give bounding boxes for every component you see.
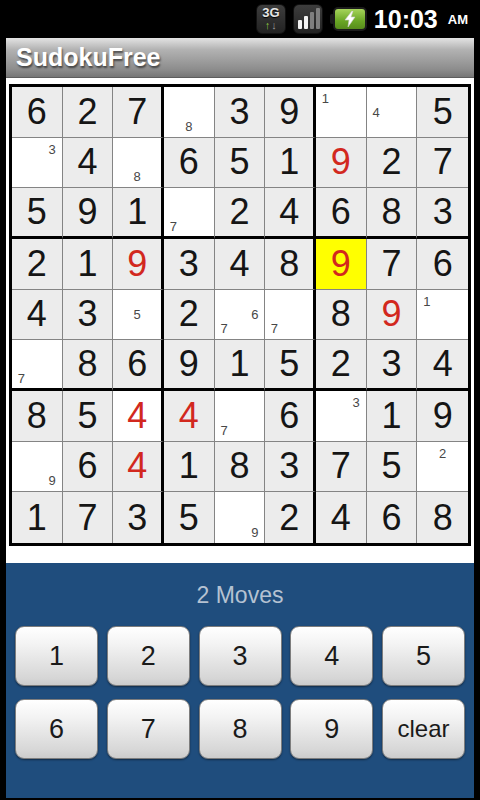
pencil-mark: 8 bbox=[134, 170, 141, 183]
cell-r9c4[interactable]: 5 bbox=[164, 492, 215, 543]
cell-r5c7[interactable]: 8 bbox=[316, 290, 367, 341]
given-digit: 6 bbox=[279, 398, 299, 434]
board-area: 6278391453486519275917246832193489764352… bbox=[6, 84, 474, 563]
cell-r1c3[interactable]: 7 bbox=[113, 87, 164, 138]
given-digit: 6 bbox=[127, 346, 147, 382]
given-digit: 3 bbox=[77, 296, 97, 332]
pencil-mark: 7 bbox=[170, 219, 177, 232]
cell-r2c9[interactable]: 7 bbox=[417, 138, 468, 189]
given-digit: 5 bbox=[77, 398, 97, 434]
given-digit: 1 bbox=[279, 144, 299, 180]
user-digit: 4 bbox=[127, 398, 147, 434]
cell-r6c1[interactable]: 7 bbox=[12, 340, 63, 391]
sudoku-board: 6278391453486519275917246832193489764352… bbox=[9, 84, 471, 546]
cell-r8c1[interactable]: 9 bbox=[12, 442, 63, 493]
given-digit: 1 bbox=[381, 398, 401, 434]
cell-r5c3[interactable]: 5 bbox=[113, 290, 164, 341]
cell-r9c1[interactable]: 1 bbox=[12, 492, 63, 543]
pencil-mark: 3 bbox=[49, 143, 56, 156]
cell-r8c8[interactable]: 5 bbox=[367, 442, 418, 493]
cell-r1c7[interactable]: 1 bbox=[316, 87, 367, 138]
cell-r8c7[interactable]: 7 bbox=[316, 442, 367, 493]
given-digit: 6 bbox=[27, 94, 47, 130]
given-digit: 4 bbox=[279, 194, 299, 230]
given-digit: 2 bbox=[229, 194, 249, 230]
battery-charging-icon bbox=[330, 7, 367, 31]
given-digit: 6 bbox=[433, 246, 453, 282]
clock-meridiem: AM bbox=[448, 12, 468, 27]
given-digit: 6 bbox=[331, 194, 351, 230]
given-digit: 9 bbox=[433, 398, 453, 434]
user-digit: 4 bbox=[127, 448, 147, 484]
given-digit: 4 bbox=[27, 296, 47, 332]
cell-r4c5[interactable]: 4 bbox=[215, 239, 266, 290]
user-digit: 9 bbox=[331, 144, 351, 180]
given-digit: 4 bbox=[77, 144, 97, 180]
given-digit: 4 bbox=[331, 500, 351, 536]
app-title: SudokuFree bbox=[6, 43, 160, 72]
cell-r2c8[interactable]: 2 bbox=[367, 138, 418, 189]
cell-r6c3[interactable]: 6 bbox=[113, 340, 164, 391]
cell-r7c6[interactable]: 6 bbox=[265, 391, 316, 442]
cell-r6c5[interactable]: 1 bbox=[215, 340, 266, 391]
digit-6-button[interactable]: 6 bbox=[15, 699, 98, 759]
given-digit: 5 bbox=[179, 500, 199, 536]
3g-data-icon: 3G ↑↓ bbox=[256, 4, 286, 34]
given-digit: 6 bbox=[77, 448, 97, 484]
pencil-mark: 9 bbox=[251, 525, 258, 538]
lightning-bolt-icon bbox=[343, 11, 357, 27]
cell-r3c8[interactable]: 8 bbox=[367, 188, 418, 239]
cell-r6c2[interactable]: 8 bbox=[63, 340, 114, 391]
pencil-mark: 7 bbox=[271, 322, 278, 335]
cell-r4c8[interactable]: 7 bbox=[367, 239, 418, 290]
title-bar: SudokuFree bbox=[6, 38, 474, 78]
given-digit: 5 bbox=[279, 346, 299, 382]
pencil-mark: 7 bbox=[220, 322, 227, 335]
pencil-mark: 1 bbox=[423, 295, 430, 308]
cell-r4c9[interactable]: 6 bbox=[417, 239, 468, 290]
given-digit: 2 bbox=[331, 346, 351, 382]
cell-r2c7[interactable]: 9 bbox=[316, 138, 367, 189]
cell-r1c8[interactable]: 4 bbox=[367, 87, 418, 138]
cell-r9c9[interactable]: 8 bbox=[417, 492, 468, 543]
cell-r8c6[interactable]: 3 bbox=[265, 442, 316, 493]
digit-1-button[interactable]: 1 bbox=[15, 626, 98, 686]
given-digit: 5 bbox=[433, 94, 453, 130]
cell-r1c1[interactable]: 6 bbox=[12, 87, 63, 138]
pencil-mark: 2 bbox=[439, 447, 446, 460]
cell-r3c4[interactable]: 7 bbox=[164, 188, 215, 239]
pencil-mark: 6 bbox=[251, 308, 258, 321]
cell-r8c2[interactable]: 6 bbox=[63, 442, 114, 493]
digit-7-button[interactable]: 7 bbox=[107, 699, 190, 759]
cell-r2c2[interactable]: 4 bbox=[63, 138, 114, 189]
cell-r4c1[interactable]: 2 bbox=[12, 239, 63, 290]
cell-r7c3[interactable]: 4 bbox=[113, 391, 164, 442]
cell-r4c3[interactable]: 9 bbox=[113, 239, 164, 290]
given-digit: 7 bbox=[331, 448, 351, 484]
given-digit: 2 bbox=[381, 144, 401, 180]
given-digit: 9 bbox=[77, 194, 97, 230]
cell-r6c6[interactable]: 5 bbox=[265, 340, 316, 391]
cell-r4c7[interactable]: 9 bbox=[316, 239, 367, 290]
given-digit: 4 bbox=[433, 346, 453, 382]
cell-r3c7[interactable]: 6 bbox=[316, 188, 367, 239]
given-digit: 8 bbox=[279, 246, 299, 282]
cell-r2c4[interactable]: 6 bbox=[164, 138, 215, 189]
given-digit: 3 bbox=[179, 246, 199, 282]
digit-9-button[interactable]: 9 bbox=[290, 699, 373, 759]
given-digit: 2 bbox=[279, 500, 299, 536]
control-panel: 2 Moves 12345 6789clear bbox=[6, 563, 474, 798]
given-digit: 8 bbox=[77, 346, 97, 382]
cell-r7c4[interactable]: 4 bbox=[164, 391, 215, 442]
cell-r7c7[interactable]: 3 bbox=[316, 391, 367, 442]
given-digit: 1 bbox=[127, 194, 147, 230]
numpad-row-2: 6789clear bbox=[6, 699, 474, 759]
cell-r4c4[interactable]: 3 bbox=[164, 239, 215, 290]
given-digit: 2 bbox=[27, 246, 47, 282]
cell-r6c8[interactable]: 3 bbox=[367, 340, 418, 391]
cell-r5c2[interactable]: 3 bbox=[63, 290, 114, 341]
cell-r5c1[interactable]: 4 bbox=[12, 290, 63, 341]
given-digit: 7 bbox=[127, 94, 147, 130]
user-digit: 4 bbox=[179, 398, 199, 434]
cell-r2c6[interactable]: 1 bbox=[265, 138, 316, 189]
cell-r7c5[interactable]: 7 bbox=[215, 391, 266, 442]
pencil-mark: 5 bbox=[134, 308, 141, 321]
given-digit: 5 bbox=[381, 448, 401, 484]
given-digit: 3 bbox=[229, 94, 249, 130]
given-digit: 7 bbox=[77, 500, 97, 536]
cell-r1c6[interactable]: 9 bbox=[265, 87, 316, 138]
pencil-mark: 1 bbox=[322, 92, 329, 105]
cell-r7c8[interactable]: 1 bbox=[367, 391, 418, 442]
digit-4-button[interactable]: 4 bbox=[290, 626, 373, 686]
cell-r2c3[interactable]: 8 bbox=[113, 138, 164, 189]
cell-r3c2[interactable]: 9 bbox=[63, 188, 114, 239]
given-digit: 1 bbox=[77, 246, 97, 282]
cell-r6c7[interactable]: 2 bbox=[316, 340, 367, 391]
given-digit: 8 bbox=[381, 194, 401, 230]
given-digit: 3 bbox=[381, 346, 401, 382]
cell-r3c9[interactable]: 3 bbox=[417, 188, 468, 239]
cell-r7c1[interactable]: 8 bbox=[12, 391, 63, 442]
given-digit: 8 bbox=[331, 296, 351, 332]
cell-r1c5[interactable]: 3 bbox=[215, 87, 266, 138]
cell-r9c7[interactable]: 4 bbox=[316, 492, 367, 543]
cell-r8c5[interactable]: 8 bbox=[215, 442, 266, 493]
pencil-mark: 4 bbox=[372, 105, 379, 118]
cell-r1c4[interactable]: 8 bbox=[164, 87, 215, 138]
cell-r7c9[interactable]: 9 bbox=[417, 391, 468, 442]
clock-time: 10:03 bbox=[374, 5, 438, 34]
phone-screen: 3G ↑↓ 10:03 AM SudokuFree 62783914534865… bbox=[6, 0, 474, 792]
numpad-row-1: 12345 bbox=[6, 626, 474, 686]
signal-strength-icon bbox=[293, 4, 323, 34]
cell-r9c3[interactable]: 3 bbox=[113, 492, 164, 543]
digit-3-button[interactable]: 3 bbox=[199, 626, 282, 686]
given-digit: 2 bbox=[77, 94, 97, 130]
given-digit: 1 bbox=[27, 500, 47, 536]
given-digit: 6 bbox=[381, 500, 401, 536]
pencil-mark: 9 bbox=[49, 474, 56, 487]
user-digit: 9 bbox=[381, 296, 401, 332]
given-digit: 3 bbox=[127, 500, 147, 536]
cell-r2c5[interactable]: 5 bbox=[215, 138, 266, 189]
given-digit: 8 bbox=[229, 448, 249, 484]
digit-8-button[interactable]: 8 bbox=[199, 699, 282, 759]
pencil-mark: 7 bbox=[220, 423, 227, 436]
pencil-mark: 8 bbox=[185, 119, 192, 132]
given-digit: 8 bbox=[433, 500, 453, 536]
cell-r4c6[interactable]: 8 bbox=[265, 239, 316, 290]
cell-r3c6[interactable]: 4 bbox=[265, 188, 316, 239]
cell-r9c5[interactable]: 9 bbox=[215, 492, 266, 543]
cell-r6c9[interactable]: 4 bbox=[417, 340, 468, 391]
given-digit: 2 bbox=[179, 296, 199, 332]
user-digit: 9 bbox=[331, 246, 351, 282]
given-digit: 7 bbox=[433, 144, 453, 180]
cell-r3c1[interactable]: 5 bbox=[12, 188, 63, 239]
cell-r9c8[interactable]: 6 bbox=[367, 492, 418, 543]
cell-r8c9[interactable]: 2 bbox=[417, 442, 468, 493]
given-digit: 3 bbox=[433, 194, 453, 230]
given-digit: 8 bbox=[27, 398, 47, 434]
cell-r6c4[interactable]: 9 bbox=[164, 340, 215, 391]
given-digit: 7 bbox=[381, 246, 401, 282]
given-digit: 4 bbox=[229, 246, 249, 282]
cell-r4c2[interactable]: 1 bbox=[63, 239, 114, 290]
cell-r3c5[interactable]: 2 bbox=[215, 188, 266, 239]
digit-2-button[interactable]: 2 bbox=[107, 626, 190, 686]
cell-r8c4[interactable]: 1 bbox=[164, 442, 215, 493]
cell-r1c2[interactable]: 2 bbox=[63, 87, 114, 138]
cell-r3c3[interactable]: 1 bbox=[113, 188, 164, 239]
given-digit: 6 bbox=[179, 144, 199, 180]
cell-r5c8[interactable]: 9 bbox=[367, 290, 418, 341]
pencil-mark: 7 bbox=[18, 371, 25, 384]
given-digit: 9 bbox=[279, 94, 299, 130]
cell-r9c6[interactable]: 2 bbox=[265, 492, 316, 543]
cell-r5c6[interactable]: 7 bbox=[265, 290, 316, 341]
given-digit: 1 bbox=[229, 346, 249, 382]
cell-r2c1[interactable]: 3 bbox=[12, 138, 63, 189]
cell-r7c2[interactable]: 5 bbox=[63, 391, 114, 442]
cell-r5c9[interactable]: 1 bbox=[417, 290, 468, 341]
user-digit: 9 bbox=[127, 246, 147, 282]
cell-r5c4[interactable]: 2 bbox=[164, 290, 215, 341]
cell-r1c9[interactable]: 5 bbox=[417, 87, 468, 138]
given-digit: 9 bbox=[179, 346, 199, 382]
status-bar: 3G ↑↓ 10:03 AM bbox=[6, 0, 474, 38]
given-digit: 5 bbox=[229, 144, 249, 180]
given-digit: 3 bbox=[279, 448, 299, 484]
digit-5-button[interactable]: 5 bbox=[382, 626, 465, 686]
moves-counter: 2 Moves bbox=[6, 563, 474, 609]
cell-r5c5[interactable]: 67 bbox=[215, 290, 266, 341]
given-digit: 5 bbox=[27, 194, 47, 230]
cell-r9c2[interactable]: 7 bbox=[63, 492, 114, 543]
pencil-mark: 3 bbox=[353, 396, 360, 409]
cell-r8c3[interactable]: 4 bbox=[113, 442, 164, 493]
clear-button[interactable]: clear bbox=[382, 699, 465, 759]
given-digit: 1 bbox=[179, 448, 199, 484]
